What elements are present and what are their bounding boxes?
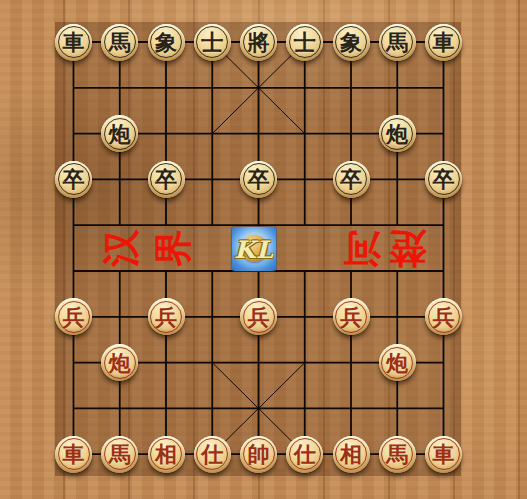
piece-bP[interactable]: 卒 [425, 161, 462, 198]
piece-glyph: 相 [340, 443, 362, 465]
piece-glyph: 卒 [63, 168, 85, 190]
piece-rN[interactable]: 馬 [101, 436, 138, 473]
piece-rC[interactable]: 炮 [379, 344, 416, 381]
piece-bP[interactable]: 卒 [148, 161, 185, 198]
piece-glyph: 將 [248, 31, 270, 53]
piece-glyph: 兵 [248, 306, 270, 328]
piece-glyph: 炮 [109, 352, 131, 374]
piece-glyph: 卒 [248, 168, 270, 190]
piece-bP[interactable]: 卒 [240, 161, 277, 198]
river-left-char: 汉 [101, 228, 141, 268]
piece-glyph: 兵 [155, 306, 177, 328]
piece-glyph: 士 [201, 31, 223, 53]
piece-bN[interactable]: 馬 [101, 24, 138, 61]
piece-glyph: 馬 [109, 31, 131, 53]
piece-glyph: 象 [340, 31, 362, 53]
piece-glyph: 車 [63, 31, 85, 53]
river-right-label: 楚河 [333, 227, 429, 271]
app-logo-icon: KL [232, 227, 276, 271]
piece-glyph: 炮 [386, 352, 408, 374]
piece-glyph: 車 [433, 31, 455, 53]
piece-rA[interactable]: 仕 [286, 436, 323, 473]
river-left-label: 汉界 [97, 227, 197, 269]
piece-glyph: 兵 [433, 306, 455, 328]
piece-bR[interactable]: 車 [425, 24, 462, 61]
piece-bK[interactable]: 將 [240, 24, 277, 61]
piece-glyph: 卒 [433, 168, 455, 190]
piece-bA[interactable]: 士 [194, 24, 231, 61]
piece-glyph: 卒 [155, 168, 177, 190]
piece-bN[interactable]: 馬 [379, 24, 416, 61]
piece-glyph: 相 [155, 443, 177, 465]
piece-glyph: 馬 [386, 443, 408, 465]
piece-rB[interactable]: 相 [148, 436, 185, 473]
piece-glyph: 兵 [340, 306, 362, 328]
piece-glyph: 士 [294, 31, 316, 53]
piece-glyph: 馬 [386, 31, 408, 53]
piece-glyph: 卒 [340, 168, 362, 190]
piece-glyph: 兵 [63, 306, 85, 328]
piece-glyph: 馬 [109, 443, 131, 465]
river-right-text: 楚河 [335, 230, 427, 268]
piece-glyph: 仕 [201, 443, 223, 465]
piece-bC[interactable]: 炮 [379, 115, 416, 152]
piece-rR[interactable]: 車 [425, 436, 462, 473]
piece-rB[interactable]: 相 [333, 436, 370, 473]
piece-bR[interactable]: 車 [55, 24, 92, 61]
piece-rR[interactable]: 車 [55, 436, 92, 473]
piece-bP[interactable]: 卒 [55, 161, 92, 198]
piece-glyph: 炮 [109, 123, 131, 145]
piece-glyph: 車 [433, 443, 455, 465]
piece-rK[interactable]: 帥 [240, 436, 277, 473]
piece-rP[interactable]: 兵 [333, 298, 370, 335]
piece-rA[interactable]: 仕 [194, 436, 231, 473]
piece-bB[interactable]: 象 [148, 24, 185, 61]
logo-letters: KL [234, 235, 274, 264]
piece-glyph: 仕 [294, 443, 316, 465]
river-left-char: 界 [153, 228, 193, 268]
xiangqi-board[interactable]: 汉界 楚河 KL 車馬象士將士象馬車炮炮卒卒卒卒卒兵兵兵兵兵炮炮車馬相仕帥仕相馬… [0, 0, 527, 499]
piece-glyph: 車 [63, 443, 85, 465]
piece-bA[interactable]: 士 [286, 24, 323, 61]
piece-bP[interactable]: 卒 [333, 161, 370, 198]
piece-bB[interactable]: 象 [333, 24, 370, 61]
piece-rN[interactable]: 馬 [379, 436, 416, 473]
piece-glyph: 帥 [248, 443, 270, 465]
piece-rP[interactable]: 兵 [148, 298, 185, 335]
piece-glyph: 炮 [386, 123, 408, 145]
piece-glyph: 象 [155, 31, 177, 53]
